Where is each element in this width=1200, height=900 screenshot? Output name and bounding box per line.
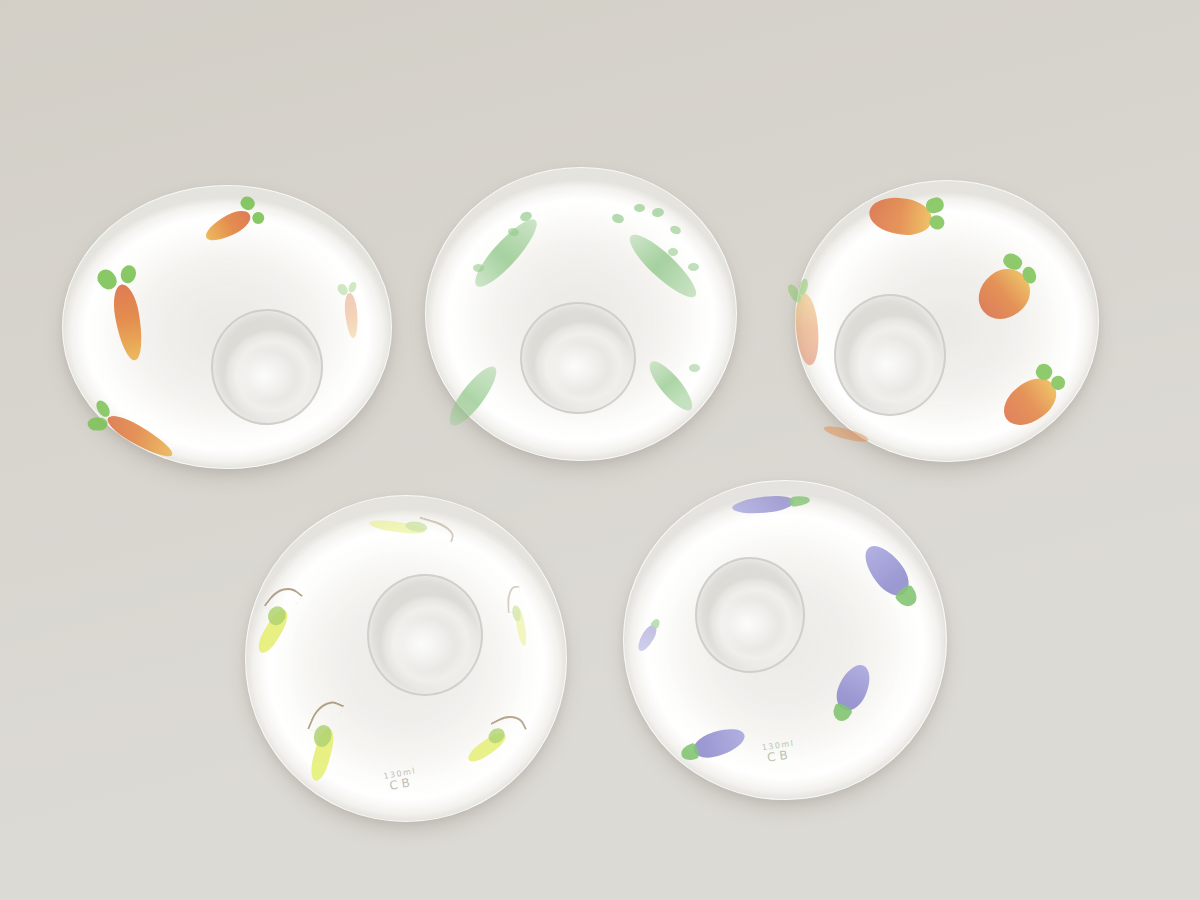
stem-shape <box>307 695 345 738</box>
stem-shape <box>415 516 456 542</box>
shoot-motif <box>248 582 310 659</box>
carrot2-motif <box>867 194 945 240</box>
carrot-motif <box>341 283 362 338</box>
body-shape <box>634 204 645 212</box>
body-shape <box>822 423 869 445</box>
bowl-carrot-long <box>62 185 392 469</box>
body-shape <box>668 224 681 235</box>
leaf2-shape <box>797 278 809 297</box>
volume-stamp: 130mlCB <box>360 762 443 799</box>
body-shape <box>688 263 699 271</box>
eggplant-motif <box>826 660 877 726</box>
carrot-motif <box>200 199 263 249</box>
dot-motif <box>668 248 678 256</box>
leaf1-shape <box>87 417 107 430</box>
eggplant-motif <box>731 492 810 516</box>
bowl-carrot-round <box>795 180 1099 462</box>
dot-motif <box>634 204 645 212</box>
bowl-eggplant: 130mlCB <box>623 480 947 800</box>
bowl-bamboo-shoot: 130mlCB <box>245 495 567 822</box>
volume-stamp: 130mlCB <box>738 736 820 770</box>
leaf2-shape <box>347 281 358 294</box>
carrot-motif <box>103 267 150 363</box>
streak-motif <box>822 423 869 445</box>
calyx-shape <box>789 495 810 507</box>
shoot-motif <box>301 698 351 785</box>
dot-motif <box>688 263 699 271</box>
body-shape <box>468 212 545 293</box>
bowl-green-peas <box>425 167 737 461</box>
shoot-motif <box>507 585 531 647</box>
dot-motif <box>611 212 625 224</box>
bowl-base-ring <box>211 309 323 425</box>
stem-shape <box>507 586 521 614</box>
body-shape <box>611 212 625 224</box>
photo-table-surface: 130mlCB130mlCB <box>0 0 1200 900</box>
eggplant-motif <box>678 723 748 766</box>
dot-motif <box>668 224 681 235</box>
bowl-base-ring <box>695 557 805 673</box>
body-shape <box>104 410 177 463</box>
body-shape <box>689 364 700 372</box>
pod-motif <box>443 361 504 432</box>
eggplant-motif <box>635 616 663 653</box>
dot-motif <box>689 364 700 372</box>
carrot2-motif <box>969 253 1048 329</box>
pod-motif <box>468 212 545 293</box>
leaf2-shape <box>252 212 264 224</box>
body-shape <box>668 248 678 256</box>
dot-motif <box>651 207 664 218</box>
bowl-base-ring <box>367 574 483 696</box>
leaf1-shape <box>239 193 258 212</box>
body-shape <box>110 282 147 362</box>
body-shape <box>202 206 254 246</box>
body-shape <box>731 494 795 516</box>
carrot2-motif <box>791 280 820 367</box>
shoot-motif <box>462 711 531 770</box>
body-shape <box>651 207 664 218</box>
carrot-motif <box>90 401 178 466</box>
body-shape <box>473 264 484 272</box>
leaf2-shape <box>118 263 138 285</box>
shoot-motif <box>368 514 455 544</box>
bowl-base-ring <box>520 302 636 414</box>
dot-motif <box>473 264 484 272</box>
eggplant-motif <box>857 538 925 613</box>
body-shape <box>867 194 934 238</box>
body-shape <box>792 292 820 366</box>
carrot2-motif <box>995 364 1072 435</box>
body-shape <box>443 361 504 432</box>
bowl-base-ring <box>834 294 946 416</box>
body-shape <box>343 292 359 338</box>
